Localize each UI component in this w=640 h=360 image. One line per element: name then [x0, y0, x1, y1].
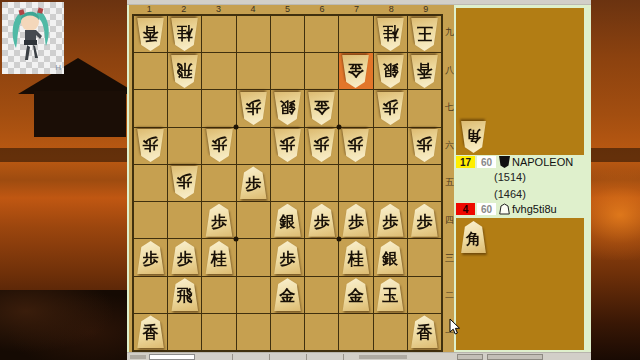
board-cell-4六[interactable]: [237, 128, 270, 164]
toolbar-text-partial: [359, 355, 407, 359]
board-cell-2一[interactable]: [168, 314, 201, 350]
clock-byoyomi-bottom: 60: [477, 203, 496, 215]
koma-kanji: 歩: [348, 136, 364, 152]
board-cell-4三[interactable]: [237, 239, 270, 275]
koma-歩-top[interactable]: 歩: [307, 129, 336, 162]
koma-歩-bottom[interactable]: 歩: [341, 204, 370, 237]
side-panel: 角 17 60 NAPOLEON (1514) (1464) 4 60 fvhg…: [454, 5, 588, 352]
board-cell-8五[interactable]: [374, 165, 407, 201]
board-cell-1六[interactable]: 歩: [134, 128, 167, 164]
koma-kanji: 歩: [245, 99, 261, 115]
file-label-8: 8: [374, 4, 409, 14]
player-rating-bottom: (1464): [456, 188, 586, 201]
board-cell-5九[interactable]: [271, 16, 304, 52]
rank-label-九: 九: [445, 14, 454, 52]
koma-桂-top[interactable]: 桂: [170, 18, 199, 51]
captured-tray-bottom[interactable]: 角: [456, 218, 584, 350]
file-label-3: 3: [201, 4, 236, 14]
board-cell-6三[interactable]: [305, 239, 338, 275]
koma-玉-bottom[interactable]: 玉: [376, 278, 405, 311]
board-cell-6九[interactable]: [305, 16, 338, 52]
koma-歩-bottom[interactable]: 歩: [376, 204, 405, 237]
board-cell-9六[interactable]: 歩: [408, 128, 441, 164]
board-cell-5七[interactable]: 銀: [271, 90, 304, 126]
koma-金-top[interactable]: 金: [341, 55, 370, 88]
koma-桂-bottom[interactable]: 桂: [341, 241, 370, 274]
koma-飛-top[interactable]: 飛: [170, 55, 199, 88]
toolbar-text-partial: [130, 355, 146, 359]
koma-歩-bottom[interactable]: 歩: [205, 204, 234, 237]
board-cell-2六[interactable]: [168, 128, 201, 164]
board-cell-3九[interactable]: [202, 16, 235, 52]
koma-香-top[interactable]: 香: [410, 55, 439, 88]
board-cell-4二[interactable]: [237, 277, 270, 313]
board-cell-5四[interactable]: 銀: [271, 202, 304, 238]
koma-kanji: 歩: [279, 136, 295, 152]
rank-label-六: 六: [445, 127, 454, 165]
koma-歩-bottom[interactable]: 歩: [136, 241, 165, 274]
koma-kanji: 歩: [279, 251, 295, 267]
board-cell-4五[interactable]: 歩: [237, 165, 270, 201]
board-cell-3七[interactable]: [202, 90, 235, 126]
player-row-bottom: 4 60 fvhg5ti8u: [456, 202, 586, 216]
koma-kanji: 香: [416, 325, 432, 341]
desktop-background: H 123456789 香桂桂王飛金銀香歩銀金歩歩歩歩歩歩歩歩歩歩銀歩歩歩歩歩歩…: [0, 0, 640, 360]
file-labels: 123456789: [132, 4, 443, 14]
player-rating-top: (1514): [456, 171, 586, 184]
player-row-top: 17 60 NAPOLEON: [456, 155, 586, 169]
board-cell-9九[interactable]: 王: [408, 16, 441, 52]
rank-label-三: 三: [445, 239, 454, 277]
koma-金-bottom[interactable]: 金: [273, 278, 302, 311]
koma-歩-bottom[interactable]: 歩: [307, 204, 336, 237]
koma-角-bottom[interactable]: 角: [460, 221, 487, 253]
koma-金-bottom[interactable]: 金: [341, 278, 370, 311]
koma-歩-top[interactable]: 歩: [136, 129, 165, 162]
board-cell-2七[interactable]: [168, 90, 201, 126]
board-cell-1七[interactable]: [134, 90, 167, 126]
koma-歩-bottom[interactable]: 歩: [410, 204, 439, 237]
board-cell-2三[interactable]: 歩: [168, 239, 201, 275]
board-cell-5三[interactable]: 歩: [271, 239, 304, 275]
board-cell-3八[interactable]: [202, 53, 235, 89]
koma-kanji: 金: [279, 288, 295, 304]
rank-label-七: 七: [445, 89, 454, 127]
board-cell-7四[interactable]: 歩: [339, 202, 372, 238]
koma-kanji: 角: [466, 231, 481, 246]
board-cell-8七[interactable]: 歩: [374, 90, 407, 126]
board-cell-9一[interactable]: 香: [408, 314, 441, 350]
koma-銀-top[interactable]: 銀: [273, 92, 302, 125]
koma-kanji: 銀: [279, 99, 295, 115]
board-grid: 香桂桂王飛金銀香歩銀金歩歩歩歩歩歩歩歩歩歩銀歩歩歩歩歩歩桂歩桂銀飛金金玉香香: [132, 14, 443, 352]
board-cell-6一[interactable]: [305, 314, 338, 350]
widget-corner-label: H: [55, 63, 61, 72]
koma-桂-bottom[interactable]: 桂: [205, 241, 234, 274]
koma-kanji: 金: [348, 288, 364, 304]
koma-kanji: 香: [416, 62, 432, 78]
board-cell-8二[interactable]: 玉: [374, 277, 407, 313]
board-cell-5八[interactable]: [271, 53, 304, 89]
shogi-window: 123456789 香桂桂王飛金銀香歩銀金歩歩歩歩歩歩歩歩歩歩銀歩歩歩歩歩歩桂歩…: [127, 0, 591, 360]
board-cell-2二[interactable]: 飛: [168, 277, 201, 313]
file-label-7: 7: [339, 4, 374, 14]
board-cell-4四[interactable]: [237, 202, 270, 238]
koma-銀-bottom[interactable]: 銀: [376, 241, 405, 274]
board-cell-9三[interactable]: [408, 239, 441, 275]
rank-labels: 九八七六五四三二一: [445, 14, 454, 352]
board-cell-7三[interactable]: 桂: [339, 239, 372, 275]
koma-kanji: 歩: [211, 214, 227, 230]
koma-kanji: 銀: [382, 251, 398, 267]
clock-byoyomi-top: 60: [477, 156, 496, 168]
koma-kanji: 歩: [143, 136, 159, 152]
toolbar-separator: [269, 354, 270, 360]
board-cell-1二[interactable]: [134, 277, 167, 313]
koma-歩-top[interactable]: 歩: [273, 129, 302, 162]
board-cell-8六[interactable]: [374, 128, 407, 164]
board-cell-2四[interactable]: [168, 202, 201, 238]
koma-kanji: 歩: [143, 251, 159, 267]
koma-歩-top[interactable]: 歩: [341, 129, 370, 162]
player-name-bottom[interactable]: fvhg5ti8u: [512, 203, 557, 215]
board-cell-7二[interactable]: 金: [339, 277, 372, 313]
board-cell-7五[interactable]: [339, 165, 372, 201]
board-cell-1一[interactable]: 香: [134, 314, 167, 350]
board-cell-8四[interactable]: 歩: [374, 202, 407, 238]
board-cell-9二[interactable]: [408, 277, 441, 313]
koma-kanji: 歩: [382, 214, 398, 230]
captured-tray-top[interactable]: 角: [456, 8, 584, 155]
board-cell-5一[interactable]: [271, 314, 304, 350]
board-cell-4九[interactable]: [237, 16, 270, 52]
toolbar-separator: [343, 354, 344, 360]
board-cell-3五[interactable]: [202, 165, 235, 201]
koma-kanji: 歩: [416, 214, 432, 230]
file-label-6: 6: [305, 4, 340, 14]
bottom-toolbar-partial: [127, 352, 591, 360]
board-cell-3三[interactable]: 桂: [202, 239, 235, 275]
koma-kanji: 角: [466, 128, 481, 143]
shore-rocks: [0, 290, 130, 360]
koma-kanji: 歩: [314, 214, 330, 230]
koma-kanji: 桂: [177, 25, 193, 41]
koma-kanji: 香: [143, 25, 159, 41]
koma-kanji: 王: [416, 25, 432, 41]
koma-kanji: 歩: [416, 136, 432, 152]
shogi-board: 香桂桂王飛金銀香歩銀金歩歩歩歩歩歩歩歩歩歩銀歩歩歩歩歩歩桂歩桂銀飛金金玉香香: [132, 14, 443, 352]
koma-kanji: 歩: [177, 251, 193, 267]
board-cell-1五[interactable]: [134, 165, 167, 201]
board-cell-8九[interactable]: 桂: [374, 16, 407, 52]
toolbar-separator: [306, 354, 307, 360]
koma-銀-bottom[interactable]: 銀: [273, 204, 302, 237]
file-label-1: 1: [132, 4, 167, 14]
board-cell-4七[interactable]: 歩: [237, 90, 270, 126]
clock-main-bottom: 4: [456, 203, 475, 215]
file-label-2: 2: [167, 4, 202, 14]
board-cell-9五[interactable]: [408, 165, 441, 201]
board-cell-2八[interactable]: 飛: [168, 53, 201, 89]
koma-kanji: 歩: [314, 136, 330, 152]
board-cell-9八[interactable]: 香: [408, 53, 441, 89]
koma-歩-top[interactable]: 歩: [170, 166, 199, 199]
player-name-top[interactable]: NAPOLEON: [512, 156, 573, 168]
koma-香-bottom[interactable]: 香: [136, 315, 165, 348]
white-piece-icon: [498, 203, 510, 215]
clock-main-top: 17: [456, 156, 475, 168]
toolbar-button-partial[interactable]: [457, 354, 483, 360]
koma-歩-top[interactable]: 歩: [205, 129, 234, 162]
koma-kanji: 桂: [348, 251, 364, 267]
koma-金-top[interactable]: 金: [307, 92, 336, 125]
file-label-9: 9: [408, 4, 443, 14]
koma-kanji: 銀: [279, 214, 295, 230]
rank-label-四: 四: [445, 202, 454, 240]
board-cell-7六[interactable]: 歩: [339, 128, 372, 164]
koma-kanji: 歩: [211, 136, 227, 152]
koma-kanji: 歩: [382, 99, 398, 115]
koma-角-top[interactable]: 角: [460, 121, 487, 153]
file-label-5: 5: [270, 4, 305, 14]
hoshi-dot: [233, 124, 238, 129]
koma-kanji: 金: [348, 62, 364, 78]
hoshi-dot: [233, 237, 238, 242]
board-cell-4八[interactable]: [237, 53, 270, 89]
koma-kanji: 飛: [177, 288, 193, 304]
mouse-cursor: [449, 318, 461, 336]
koma-歩-top[interactable]: 歩: [376, 92, 405, 125]
koma-kanji: 桂: [211, 251, 227, 267]
board-cell-2九[interactable]: 桂: [168, 16, 201, 52]
koma-kanji: 香: [143, 325, 159, 341]
koma-王-top[interactable]: 王: [410, 18, 439, 51]
toolbar-separator: [232, 354, 233, 360]
board-cell-3一[interactable]: [202, 314, 235, 350]
toolbar-field-partial[interactable]: [149, 354, 195, 360]
koma-kanji: 桂: [382, 25, 398, 41]
board-cell-6六[interactable]: 歩: [305, 128, 338, 164]
koma-歩-bottom[interactable]: 歩: [170, 241, 199, 274]
koma-kanji: 玉: [382, 288, 398, 304]
board-cell-8三[interactable]: 銀: [374, 239, 407, 275]
board-cell-3二[interactable]: [202, 277, 235, 313]
koma-歩-top[interactable]: 歩: [410, 129, 439, 162]
hoshi-dot: [337, 124, 342, 129]
koma-kanji: 銀: [382, 62, 398, 78]
hoshi-dot: [337, 237, 342, 242]
koma-kanji: 歩: [177, 174, 193, 190]
board-cell-9四[interactable]: 歩: [408, 202, 441, 238]
koma-香-top[interactable]: 香: [136, 18, 165, 51]
board-cell-5五[interactable]: [271, 165, 304, 201]
miku-widget[interactable]: H: [2, 2, 64, 74]
rank-label-八: 八: [445, 52, 454, 90]
board-cell-5二[interactable]: 金: [271, 277, 304, 313]
board-cell-1四[interactable]: [134, 202, 167, 238]
board-cell-3六[interactable]: 歩: [202, 128, 235, 164]
koma-kanji: 歩: [245, 176, 261, 192]
board-cell-7七[interactable]: [339, 90, 372, 126]
board-cell-6八[interactable]: [305, 53, 338, 89]
board-cell-8八[interactable]: 銀: [374, 53, 407, 89]
board-cell-7九[interactable]: [339, 16, 372, 52]
koma-香-bottom[interactable]: 香: [410, 315, 439, 348]
rank-label-二: 二: [445, 277, 454, 315]
koma-kanji: 金: [314, 99, 330, 115]
file-label-4: 4: [236, 4, 271, 14]
koma-歩-bottom[interactable]: 歩: [273, 241, 302, 274]
board-cell-6二[interactable]: [305, 277, 338, 313]
board-cell-9七[interactable]: [408, 90, 441, 126]
koma-飛-bottom[interactable]: 飛: [170, 278, 199, 311]
black-piece-icon: [498, 156, 510, 168]
rank-label-五: 五: [445, 164, 454, 202]
board-cell-1九[interactable]: 香: [134, 16, 167, 52]
koma-歩-bottom[interactable]: 歩: [239, 166, 268, 199]
board-cell-7一[interactable]: [339, 314, 372, 350]
koma-kanji: 飛: [177, 62, 193, 78]
board-cell-6七[interactable]: 金: [305, 90, 338, 126]
koma-桂-top[interactable]: 桂: [376, 18, 405, 51]
koma-歩-top[interactable]: 歩: [239, 92, 268, 125]
board-cell-3四[interactable]: 歩: [202, 202, 235, 238]
board-cell-6四[interactable]: 歩: [305, 202, 338, 238]
toolbar-button-partial[interactable]: [487, 354, 543, 360]
koma-kanji: 歩: [348, 214, 364, 230]
board-cell-6五[interactable]: [305, 165, 338, 201]
board-cell-5六[interactable]: 歩: [271, 128, 304, 164]
koma-銀-top[interactable]: 銀: [376, 55, 405, 88]
board-cell-1八[interactable]: [134, 53, 167, 89]
board-cell-7八[interactable]: 金: [339, 53, 372, 89]
board-cell-2五[interactable]: 歩: [168, 165, 201, 201]
board-cell-4一[interactable]: [237, 314, 270, 350]
board-cell-1三[interactable]: 歩: [134, 239, 167, 275]
board-cell-8一[interactable]: [374, 314, 407, 350]
